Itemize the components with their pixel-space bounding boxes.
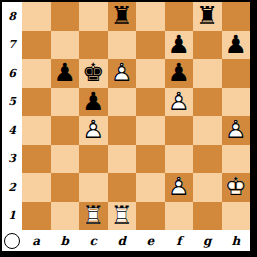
square-e5[interactable] — [136, 88, 165, 117]
black-king[interactable]: ♚ — [79, 59, 108, 88]
file-label-g: g — [193, 230, 222, 251]
rank-label-6: 6 — [2, 59, 22, 88]
square-e7[interactable] — [136, 31, 165, 60]
square-b3[interactable] — [51, 145, 80, 174]
rank-label-5: 5 — [2, 88, 22, 117]
white-pawn[interactable]: ♟♙ — [108, 59, 137, 88]
white-pawn[interactable]: ♟♙ — [79, 116, 108, 145]
square-c1[interactable]: ♜♖ — [79, 202, 108, 231]
file-label-b: b — [51, 230, 80, 251]
black-rook[interactable]: ♜ — [108, 2, 137, 31]
square-a6[interactable] — [22, 59, 51, 88]
square-g8[interactable]: ♜ — [193, 2, 222, 31]
rank-labels: 87654321 — [2, 2, 22, 230]
square-f7[interactable]: ♟ — [165, 31, 194, 60]
square-g3[interactable] — [193, 145, 222, 174]
file-label-d: d — [108, 230, 137, 251]
chess-board: ♜♜♟♟♟♚♟♙♟♟♟♙♟♙♟♙♟♙♚♔♜♖♜♖ — [22, 2, 250, 230]
square-a5[interactable] — [22, 88, 51, 117]
square-c8[interactable] — [79, 2, 108, 31]
rank-label-4: 4 — [2, 116, 22, 145]
square-b2[interactable] — [51, 173, 80, 202]
square-f8[interactable] — [165, 2, 194, 31]
rank-label-1: 1 — [2, 202, 22, 231]
square-f2[interactable]: ♟♙ — [165, 173, 194, 202]
square-d2[interactable] — [108, 173, 137, 202]
square-c3[interactable] — [79, 145, 108, 174]
white-pawn[interactable]: ♟♙ — [165, 88, 194, 117]
file-label-e: e — [136, 230, 165, 251]
square-c6[interactable]: ♚ — [79, 59, 108, 88]
file-labels: abcdefgh — [22, 230, 250, 251]
square-g1[interactable] — [193, 202, 222, 231]
square-c2[interactable] — [79, 173, 108, 202]
square-f4[interactable] — [165, 116, 194, 145]
square-d1[interactable]: ♜♖ — [108, 202, 137, 231]
black-rook[interactable]: ♜ — [193, 2, 222, 31]
square-d7[interactable] — [108, 31, 137, 60]
white-pawn[interactable]: ♟♙ — [165, 173, 194, 202]
rank-label-7: 7 — [2, 31, 22, 60]
rank-label-2: 2 — [2, 173, 22, 202]
file-label-c: c — [79, 230, 108, 251]
square-f1[interactable] — [165, 202, 194, 231]
white-pawn[interactable]: ♟♙ — [222, 116, 251, 145]
square-g2[interactable] — [193, 173, 222, 202]
square-d3[interactable] — [108, 145, 137, 174]
chess-diagram: 87654321 ♜♜♟♟♟♚♟♙♟♟♟♙♟♙♟♙♟♙♚♔♜♖♜♖ abcdef… — [0, 0, 257, 257]
square-a2[interactable] — [22, 173, 51, 202]
black-pawn[interactable]: ♟ — [51, 59, 80, 88]
black-pawn[interactable]: ♟ — [165, 31, 194, 60]
to-move-corner — [2, 230, 22, 251]
square-f5[interactable]: ♟♙ — [165, 88, 194, 117]
square-c7[interactable] — [79, 31, 108, 60]
square-a4[interactable] — [22, 116, 51, 145]
square-d4[interactable] — [108, 116, 137, 145]
square-h6[interactable] — [222, 59, 251, 88]
square-b1[interactable] — [51, 202, 80, 231]
black-pawn[interactable]: ♟ — [165, 59, 194, 88]
square-d6[interactable]: ♟♙ — [108, 59, 137, 88]
square-a1[interactable] — [22, 202, 51, 231]
file-label-h: h — [222, 230, 251, 251]
rank-label-8: 8 — [2, 2, 22, 31]
square-f6[interactable]: ♟ — [165, 59, 194, 88]
square-a3[interactable] — [22, 145, 51, 174]
square-g5[interactable] — [193, 88, 222, 117]
square-e1[interactable] — [136, 202, 165, 231]
square-b6[interactable]: ♟ — [51, 59, 80, 88]
square-f3[interactable] — [165, 145, 194, 174]
square-b7[interactable] — [51, 31, 80, 60]
diagram-inner: 87654321 ♜♜♟♟♟♚♟♙♟♟♟♙♟♙♟♙♟♙♚♔♜♖♜♖ abcdef… — [2, 2, 250, 251]
square-d5[interactable] — [108, 88, 137, 117]
square-h3[interactable] — [222, 145, 251, 174]
square-c5[interactable]: ♟ — [79, 88, 108, 117]
file-label-f: f — [165, 230, 194, 251]
square-c4[interactable]: ♟♙ — [79, 116, 108, 145]
square-d8[interactable]: ♜ — [108, 2, 137, 31]
square-e8[interactable] — [136, 2, 165, 31]
square-e4[interactable] — [136, 116, 165, 145]
rank-label-3: 3 — [2, 145, 22, 174]
square-h1[interactable] — [222, 202, 251, 231]
square-e3[interactable] — [136, 145, 165, 174]
square-b4[interactable] — [51, 116, 80, 145]
square-b5[interactable] — [51, 88, 80, 117]
square-g6[interactable] — [193, 59, 222, 88]
black-pawn[interactable]: ♟ — [79, 88, 108, 117]
white-to-move-indicator — [4, 233, 20, 249]
square-h8[interactable] — [222, 2, 251, 31]
square-e2[interactable] — [136, 173, 165, 202]
white-rook[interactable]: ♜♖ — [108, 202, 137, 231]
square-h2[interactable]: ♚♔ — [222, 173, 251, 202]
square-b8[interactable] — [51, 2, 80, 31]
file-label-a: a — [22, 230, 51, 251]
square-h5[interactable] — [222, 88, 251, 117]
square-g7[interactable] — [193, 31, 222, 60]
square-a8[interactable] — [22, 2, 51, 31]
square-h4[interactable]: ♟♙ — [222, 116, 251, 145]
square-g4[interactable] — [193, 116, 222, 145]
white-rook[interactable]: ♜♖ — [79, 202, 108, 231]
square-e6[interactable] — [136, 59, 165, 88]
black-pawn[interactable]: ♟ — [222, 31, 251, 60]
white-king[interactable]: ♚♔ — [222, 173, 251, 202]
square-a7[interactable] — [22, 31, 51, 60]
square-h7[interactable]: ♟ — [222, 31, 251, 60]
